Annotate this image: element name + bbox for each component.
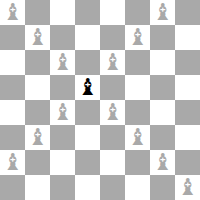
square-b6[interactable] xyxy=(25,50,50,75)
square-g6[interactable] xyxy=(150,50,175,75)
square-e5[interactable] xyxy=(100,75,125,100)
bishop-gray: ♝ xyxy=(52,100,73,125)
square-e8[interactable] xyxy=(100,0,125,25)
square-c8[interactable] xyxy=(50,0,75,25)
square-h7[interactable] xyxy=(175,25,200,50)
bishop-gray: ♝ xyxy=(52,50,73,75)
square-b8[interactable] xyxy=(25,0,50,25)
square-b4[interactable] xyxy=(25,100,50,125)
square-g7[interactable] xyxy=(150,25,175,50)
square-a8[interactable]: ♝ xyxy=(0,0,25,25)
square-f7[interactable]: ♝ xyxy=(125,25,150,50)
square-b3[interactable]: ♝ xyxy=(25,125,50,150)
square-e6[interactable]: ♝ xyxy=(100,50,125,75)
bishop-gray: ♝ xyxy=(2,150,23,175)
square-a1[interactable] xyxy=(0,175,25,200)
bishop-gray: ♝ xyxy=(127,125,148,150)
chess-board: ♝♝♝♝♝♝♝♝♝♝♝♝♝♝ xyxy=(0,0,200,200)
square-d5[interactable]: ♝ xyxy=(75,75,100,100)
square-g2[interactable]: ♝ xyxy=(150,150,175,175)
square-g8[interactable]: ♝ xyxy=(150,0,175,25)
square-c5[interactable] xyxy=(50,75,75,100)
square-f1[interactable] xyxy=(125,175,150,200)
square-d1[interactable] xyxy=(75,175,100,200)
square-d4[interactable] xyxy=(75,100,100,125)
square-c6[interactable]: ♝ xyxy=(50,50,75,75)
bishop-gray: ♝ xyxy=(177,175,198,200)
square-g1[interactable] xyxy=(150,175,175,200)
bishop-gray: ♝ xyxy=(27,125,48,150)
square-a6[interactable] xyxy=(0,50,25,75)
square-a7[interactable] xyxy=(0,25,25,50)
square-a4[interactable] xyxy=(0,100,25,125)
square-g5[interactable] xyxy=(150,75,175,100)
square-a3[interactable] xyxy=(0,125,25,150)
square-h2[interactable] xyxy=(175,150,200,175)
square-d6[interactable] xyxy=(75,50,100,75)
square-d2[interactable] xyxy=(75,150,100,175)
square-a5[interactable] xyxy=(0,75,25,100)
bishop-gray: ♝ xyxy=(127,25,148,50)
square-h6[interactable] xyxy=(175,50,200,75)
square-f8[interactable] xyxy=(125,0,150,25)
square-c2[interactable] xyxy=(50,150,75,175)
bishop-gray: ♝ xyxy=(27,25,48,50)
square-e2[interactable] xyxy=(100,150,125,175)
square-d3[interactable] xyxy=(75,125,100,150)
bishop-gray: ♝ xyxy=(2,0,23,25)
square-f4[interactable] xyxy=(125,100,150,125)
square-g3[interactable] xyxy=(150,125,175,150)
square-h5[interactable] xyxy=(175,75,200,100)
square-e3[interactable] xyxy=(100,125,125,150)
square-f5[interactable] xyxy=(125,75,150,100)
square-c4[interactable]: ♝ xyxy=(50,100,75,125)
square-d7[interactable] xyxy=(75,25,100,50)
bishop-gray: ♝ xyxy=(152,0,173,25)
square-a2[interactable]: ♝ xyxy=(0,150,25,175)
bishop-black: ♝ xyxy=(77,75,98,100)
square-c7[interactable] xyxy=(50,25,75,50)
square-b5[interactable] xyxy=(25,75,50,100)
square-e7[interactable] xyxy=(100,25,125,50)
square-b7[interactable]: ♝ xyxy=(25,25,50,50)
square-f3[interactable]: ♝ xyxy=(125,125,150,150)
square-d8[interactable] xyxy=(75,0,100,25)
bishop-gray: ♝ xyxy=(102,50,123,75)
square-h1[interactable]: ♝ xyxy=(175,175,200,200)
square-e1[interactable] xyxy=(100,175,125,200)
square-h3[interactable] xyxy=(175,125,200,150)
square-g4[interactable] xyxy=(150,100,175,125)
square-e4[interactable]: ♝ xyxy=(100,100,125,125)
bishop-gray: ♝ xyxy=(102,100,123,125)
square-c1[interactable] xyxy=(50,175,75,200)
square-b1[interactable] xyxy=(25,175,50,200)
square-f2[interactable] xyxy=(125,150,150,175)
square-b2[interactable] xyxy=(25,150,50,175)
square-h4[interactable] xyxy=(175,100,200,125)
square-c3[interactable] xyxy=(50,125,75,150)
bishop-gray: ♝ xyxy=(152,150,173,175)
square-f6[interactable] xyxy=(125,50,150,75)
square-h8[interactable] xyxy=(175,0,200,25)
